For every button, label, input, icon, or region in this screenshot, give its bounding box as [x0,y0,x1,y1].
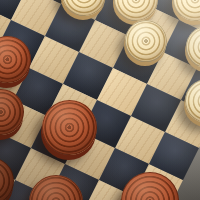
checker-red-3[interactable] [42,100,97,155]
checkers-photo-scene [0,0,200,200]
checkers-board [0,0,200,200]
checker-cream-4[interactable] [125,20,167,62]
